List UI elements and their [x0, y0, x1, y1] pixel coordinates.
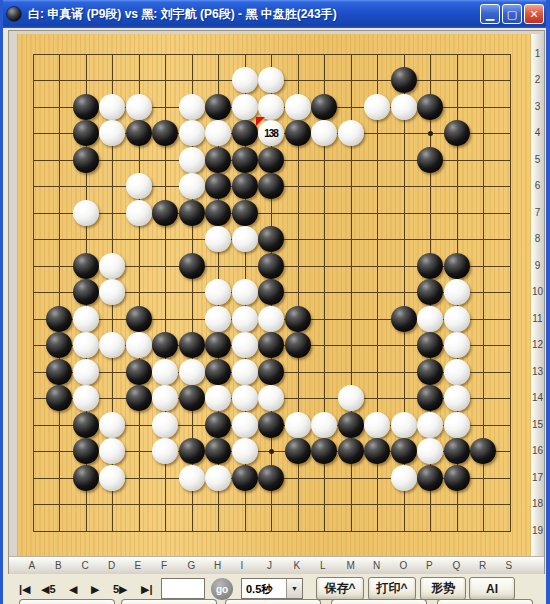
stone-black: [258, 226, 284, 252]
stone-black: [258, 332, 284, 358]
stone-black: [285, 332, 311, 358]
stone-black: [258, 173, 284, 199]
window-title: 白: 申真谞 (P9段) vs 黑: 刘宇航 (P6段) - 黑 中盘胜(243…: [28, 6, 478, 23]
stone-black: [73, 94, 99, 120]
stone-black: [205, 147, 231, 173]
stone-marked-current-move: 138: [258, 120, 284, 146]
stone-black: [417, 94, 443, 120]
stone-white: [205, 385, 231, 411]
cutoff-button-row[interactable]: [437, 599, 533, 604]
stone-black: [126, 385, 152, 411]
stone-black: [205, 359, 231, 385]
stone-black: [258, 412, 284, 438]
stone-white: [99, 94, 125, 120]
stone-white: [99, 412, 125, 438]
stone-white: [232, 226, 258, 252]
nav-first-button[interactable]: |◀: [17, 580, 33, 598]
stone-white: [338, 385, 364, 411]
stone-black: [205, 94, 231, 120]
stone-white: [391, 465, 417, 491]
stone-white: [205, 120, 231, 146]
stone-black: [258, 147, 284, 173]
stone-black: [444, 120, 470, 146]
stone-black: [417, 465, 443, 491]
col-label: B: [55, 560, 62, 571]
stone-black: [232, 147, 258, 173]
row-label: 6: [531, 180, 544, 191]
maximize-button[interactable]: ▢: [502, 4, 522, 24]
stone-white: [99, 253, 125, 279]
stone-black: [364, 438, 390, 464]
stone-white: [232, 385, 258, 411]
stone-black: [232, 120, 258, 146]
stone-black: [73, 438, 99, 464]
row-label: 8: [531, 233, 544, 244]
stone-black: [46, 385, 72, 411]
grid-line-h: [33, 504, 511, 505]
stone-black: [258, 359, 284, 385]
stone-white: [232, 359, 258, 385]
stone-white: [179, 359, 205, 385]
stone-black: [338, 412, 364, 438]
stone-black: [73, 412, 99, 438]
stone-white: [258, 385, 284, 411]
stone-black: [285, 306, 311, 332]
stone-white: [152, 385, 178, 411]
title-bar[interactable]: 白: 申真谞 (P9段) vs 黑: 刘宇航 (P6段) - 黑 中盘胜(243…: [0, 0, 550, 28]
nav-last-button[interactable]: ▶|: [139, 580, 155, 598]
stone-black: [179, 253, 205, 279]
stone-black: [258, 279, 284, 305]
col-label: L: [320, 560, 326, 571]
stone-black: [470, 438, 496, 464]
row-label: 10: [531, 286, 544, 297]
stone-white: [364, 94, 390, 120]
stone-white: [232, 412, 258, 438]
stone-black: [73, 279, 99, 305]
stone-white: [232, 279, 258, 305]
stone-white: [126, 94, 152, 120]
stone-white: [444, 306, 470, 332]
stone-white: [232, 332, 258, 358]
stone-black: [417, 279, 443, 305]
stone-white: [444, 359, 470, 385]
row-label: 19: [531, 525, 544, 536]
col-label: Q: [453, 560, 461, 571]
stone-black: [205, 200, 231, 226]
stone-white: [285, 412, 311, 438]
row-label: 7: [531, 207, 544, 218]
stone-white: [232, 67, 258, 93]
stone-black: [179, 332, 205, 358]
app-window: 白: 申真谞 (P9段) vs 黑: 刘宇航 (P6段) - 黑 中盘胜(243…: [0, 0, 550, 604]
stone-white: [99, 438, 125, 464]
col-label: N: [373, 560, 380, 571]
stone-white: [444, 385, 470, 411]
stone-white: [391, 412, 417, 438]
row-label: 17: [531, 472, 544, 483]
stone-white: [232, 94, 258, 120]
row-label: 12: [531, 339, 544, 350]
stone-white: [417, 438, 443, 464]
stone-black: [285, 120, 311, 146]
stone-white: [152, 359, 178, 385]
stone-white: [126, 200, 152, 226]
cutoff-button-row[interactable]: [225, 599, 321, 604]
stone-black: [258, 253, 284, 279]
stone-white: [179, 173, 205, 199]
stone-white: [126, 332, 152, 358]
stone-white: [338, 120, 364, 146]
stone-white: [258, 94, 284, 120]
stone-white: [73, 200, 99, 226]
go-board[interactable]: 138: [17, 34, 531, 556]
stone-black: [73, 120, 99, 146]
star-point: [269, 449, 274, 454]
ai-button[interactable]: AI: [469, 577, 515, 600]
column-labels-strip: ABCDEFGHIJKLMNOPQRS: [9, 556, 544, 574]
stone-black: [73, 147, 99, 173]
cutoff-button-row[interactable]: [331, 599, 427, 604]
col-label: D: [108, 560, 115, 571]
stone-black: [417, 147, 443, 173]
row-label: 18: [531, 498, 544, 509]
stone-white: [179, 147, 205, 173]
move-number-input[interactable]: [161, 578, 205, 599]
stone-black: [205, 412, 231, 438]
row-label: 4: [531, 127, 544, 138]
row-label: 3: [531, 101, 544, 112]
analysis-button[interactable]: 形势: [420, 577, 466, 600]
stone-black: [126, 306, 152, 332]
stone-black: [444, 465, 470, 491]
grid-line-h: [33, 531, 511, 532]
stone-white: [258, 306, 284, 332]
col-label: M: [347, 560, 355, 571]
chevron-down-icon[interactable]: ▼: [286, 579, 302, 598]
stone-black: [391, 67, 417, 93]
stone-white: [311, 120, 337, 146]
stone-black: [258, 465, 284, 491]
col-label: S: [506, 560, 513, 571]
print-button[interactable]: 打印^: [368, 577, 416, 600]
stone-white: [152, 438, 178, 464]
delay-dropdown[interactable]: 0.5秒 ▼: [241, 578, 303, 599]
stone-white: [73, 385, 99, 411]
stone-white: [285, 94, 311, 120]
stone-black: [417, 385, 443, 411]
stone-white: [205, 306, 231, 332]
save-button[interactable]: 保存^: [316, 577, 364, 600]
stone-white: [258, 67, 284, 93]
stone-black: [46, 332, 72, 358]
stone-black: [417, 253, 443, 279]
stone-black: [126, 359, 152, 385]
stone-white: [73, 332, 99, 358]
stone-white: [232, 306, 258, 332]
col-label: P: [426, 560, 433, 571]
row-label: 14: [531, 392, 544, 403]
stone-white: [73, 359, 99, 385]
grid-line-v: [510, 54, 511, 531]
col-label: E: [135, 560, 142, 571]
stone-black: [391, 306, 417, 332]
stone-black: [391, 438, 417, 464]
stone-black: [126, 120, 152, 146]
stone-black: [152, 332, 178, 358]
stone-white: [99, 279, 125, 305]
col-label: C: [82, 560, 89, 571]
stone-black: [311, 438, 337, 464]
stone-black: [73, 253, 99, 279]
stone-white: [99, 465, 125, 491]
row-labels-strip: 12345678910111213141516171819: [531, 34, 544, 556]
col-label: A: [29, 560, 36, 571]
col-label: H: [214, 560, 221, 571]
stone-black: [417, 359, 443, 385]
stone-white: [99, 120, 125, 146]
stone-white: [391, 94, 417, 120]
stone-white: [205, 226, 231, 252]
stone-black: [285, 438, 311, 464]
stone-white: [205, 279, 231, 305]
stone-white: [73, 306, 99, 332]
stone-black: [46, 359, 72, 385]
stone-white: [179, 94, 205, 120]
stone-white: [179, 465, 205, 491]
row-label: 2: [531, 74, 544, 85]
row-label: 5: [531, 154, 544, 165]
cutoff-button-row[interactable]: [121, 599, 217, 604]
stone-white: [444, 279, 470, 305]
stone-black: [232, 465, 258, 491]
stone-black: [444, 438, 470, 464]
col-label: J: [267, 560, 272, 571]
stone-black: [205, 173, 231, 199]
row-label: 16: [531, 445, 544, 456]
stone-black: [232, 173, 258, 199]
stone-black: [179, 438, 205, 464]
col-label: R: [479, 560, 486, 571]
board-frame: 138 ABCDEFGHIJKLMNOPQRS 1234567891011121…: [8, 30, 545, 574]
row-label: 1: [531, 48, 544, 59]
minimize-button[interactable]: ▁: [480, 4, 500, 24]
col-label: G: [188, 560, 196, 571]
row-label: 13: [531, 366, 544, 377]
stone-black: [73, 465, 99, 491]
app-icon: [6, 6, 22, 22]
stone-white: [364, 412, 390, 438]
go-button[interactable]: go: [211, 578, 233, 600]
stone-black: [179, 385, 205, 411]
row-label: 11: [531, 313, 544, 324]
close-button[interactable]: ✕: [524, 4, 544, 24]
stone-black: [205, 438, 231, 464]
stone-white: [99, 332, 125, 358]
stone-black: [46, 306, 72, 332]
stone-black: [179, 200, 205, 226]
nav-back5-button[interactable]: ◀5: [39, 580, 58, 598]
row-label: 9: [531, 260, 544, 271]
stone-white: [311, 412, 337, 438]
stone-white: [152, 412, 178, 438]
star-point: [428, 131, 433, 136]
stone-white: [444, 332, 470, 358]
stone-black: [338, 438, 364, 464]
stone-black: [417, 332, 443, 358]
row-label: 15: [531, 419, 544, 430]
stone-white: [205, 465, 231, 491]
col-label: O: [400, 560, 408, 571]
col-label: F: [161, 560, 167, 571]
delay-value: 0.5秒: [242, 579, 286, 598]
stone-black: [232, 200, 258, 226]
stone-white: [417, 306, 443, 332]
nav-fwd5-button[interactable]: 5▶: [111, 580, 130, 598]
col-label: K: [294, 560, 301, 571]
stone-black: [444, 253, 470, 279]
stone-black: [311, 94, 337, 120]
stone-black: [205, 332, 231, 358]
stone-white: [179, 120, 205, 146]
nav-back1-button[interactable]: ◀: [67, 580, 79, 598]
nav-fwd1-button[interactable]: ▶: [89, 580, 101, 598]
current-move-number: 138: [258, 120, 284, 146]
col-label: I: [241, 560, 244, 571]
stone-black: [152, 200, 178, 226]
stone-white: [444, 412, 470, 438]
stone-white: [126, 173, 152, 199]
stone-white: [232, 438, 258, 464]
stone-white: [417, 412, 443, 438]
cutoff-button-row[interactable]: [19, 599, 115, 604]
stone-black: [152, 120, 178, 146]
